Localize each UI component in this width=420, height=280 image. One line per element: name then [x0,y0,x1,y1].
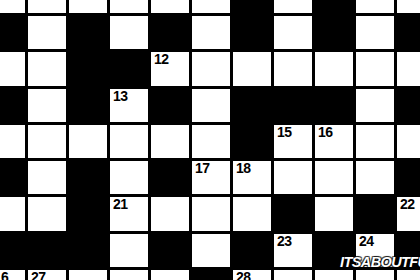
black-cell-r8c5 [192,270,230,280]
black-cell-r7c0 [0,234,25,267]
white-cell-r5c8[interactable] [315,161,353,194]
clue-number-18: 18 [236,161,251,175]
white-cell-r2c1[interactable] [28,52,66,85]
white-cell-r8c3[interactable] [110,270,148,280]
white-cell-r0c4[interactable] [151,0,189,13]
white-cell-r0c1[interactable] [28,0,66,13]
black-cell-r3c4 [151,89,189,122]
black-cell-r3c7 [274,89,312,122]
clue-number-16: 16 [318,125,333,139]
black-cell-r6c7 [274,197,312,230]
white-cell-r6c3[interactable]: 21 [110,197,148,230]
black-cell-r7c2 [69,234,107,267]
white-cell-r3c9[interactable] [356,89,394,122]
white-cell-r6c0[interactable] [0,197,25,230]
black-cell-r3c10 [397,89,420,122]
white-cell-r2c4[interactable]: 12 [151,52,189,85]
white-cell-r8c4[interactable] [151,270,189,280]
black-cell-r7c1 [28,234,66,267]
white-cell-r7c5[interactable] [192,234,230,267]
white-cell-r8c1[interactable]: 27 [28,270,66,280]
clue-number-22: 22 [400,197,415,211]
white-cell-r2c7[interactable] [274,52,312,85]
clue-number-13: 13 [113,89,128,103]
white-cell-r8c2[interactable] [69,270,107,280]
white-cell-r4c5[interactable] [192,125,230,158]
white-cell-r5c3[interactable] [110,161,148,194]
white-cell-r1c5[interactable] [192,16,230,49]
white-cell-r0c10[interactable] [397,0,420,13]
black-cell-r7c6 [233,234,271,267]
white-cell-r8c9[interactable] [356,270,394,280]
white-cell-r3c1[interactable] [28,89,66,122]
white-cell-r6c4[interactable] [151,197,189,230]
white-cell-r2c5[interactable] [192,52,230,85]
white-cell-r6c6[interactable] [233,197,271,230]
black-cell-r2c2 [69,52,107,85]
white-cell-r5c7[interactable] [274,161,312,194]
white-cell-r8c0[interactable]: 6 [0,270,25,280]
black-cell-r1c4 [151,16,189,49]
clue-number-15: 15 [277,125,292,139]
white-cell-r1c1[interactable] [28,16,66,49]
black-cell-r5c10 [397,161,420,194]
black-cell-r1c10 [397,16,420,49]
black-cell-r0c6 [233,0,271,13]
white-cell-r0c0[interactable] [0,0,25,13]
white-cell-r6c8[interactable] [315,197,353,230]
white-cell-r6c5[interactable] [192,197,230,230]
white-cell-r7c7[interactable]: 23 [274,234,312,267]
black-cell-r1c6 [233,16,271,49]
white-cell-r4c2[interactable] [69,125,107,158]
clue-number-24: 24 [359,234,374,248]
white-cell-r2c10[interactable] [397,52,420,85]
clue-number-17: 17 [195,161,210,175]
white-cell-r2c0[interactable] [0,52,25,85]
white-cell-r2c8[interactable] [315,52,353,85]
black-cell-r5c4 [151,161,189,194]
white-cell-r0c5[interactable] [192,0,230,13]
white-cell-r4c3[interactable] [110,125,148,158]
black-cell-r6c9 [356,197,394,230]
white-cell-r3c5[interactable] [192,89,230,122]
white-cell-r8c8[interactable] [315,270,353,280]
white-cell-r0c9[interactable] [356,0,394,13]
clue-number-21: 21 [113,197,128,211]
white-cell-r4c9[interactable] [356,125,394,158]
white-cell-r4c8[interactable]: 16 [315,125,353,158]
clue-number-12: 12 [154,52,169,66]
black-cell-r2c3 [110,52,148,85]
white-cell-r8c7[interactable] [274,270,312,280]
white-cell-r8c6[interactable]: 28 [233,270,271,280]
black-cell-r1c2 [69,16,107,49]
white-cell-r2c6[interactable] [233,52,271,85]
white-cell-r4c4[interactable] [151,125,189,158]
white-cell-r6c1[interactable] [28,197,66,230]
white-cell-r5c9[interactable] [356,161,394,194]
white-cell-r4c7[interactable]: 15 [274,125,312,158]
white-cell-r4c0[interactable] [0,125,25,158]
black-cell-r3c0 [0,89,25,122]
white-cell-r5c1[interactable] [28,161,66,194]
white-cell-r6c10[interactable]: 22 [397,197,420,230]
white-cell-r4c1[interactable] [28,125,66,158]
crossword-board: 1213151617182122232462728 [0,0,420,280]
white-cell-r5c6[interactable]: 18 [233,161,271,194]
white-cell-r1c9[interactable] [356,16,394,49]
black-cell-r4c6 [233,125,271,158]
black-cell-r5c0 [0,161,25,194]
white-cell-r3c3[interactable]: 13 [110,89,148,122]
white-cell-r2c9[interactable] [356,52,394,85]
white-cell-r8c10[interactable] [397,270,420,280]
black-cell-r0c8 [315,0,353,13]
crossword-screenshot: 1213151617182122232462728 ITSABOUTFUTUR [0,0,420,280]
black-cell-r3c6 [233,89,271,122]
white-cell-r7c3[interactable] [110,234,148,267]
white-cell-r1c7[interactable] [274,16,312,49]
black-cell-r3c8 [315,89,353,122]
clue-number-23: 23 [277,234,292,248]
white-cell-r5c5[interactable]: 17 [192,161,230,194]
black-cell-r1c8 [315,16,353,49]
black-cell-r1c0 [0,16,25,49]
watermark: ITSABOUTFUTUR [340,254,420,270]
white-cell-r0c2[interactable] [69,0,107,13]
black-cell-r6c2 [69,197,107,230]
black-cell-r7c4 [151,234,189,267]
black-cell-r3c2 [69,89,107,122]
white-cell-r0c7[interactable] [274,0,312,13]
white-cell-r4c10[interactable] [397,125,420,158]
white-cell-r0c3[interactable] [110,0,148,13]
black-cell-r5c2 [69,161,107,194]
clue-number-27: 27 [31,270,46,280]
white-cell-r1c3[interactable] [110,16,148,49]
clue-number-28: 28 [236,270,251,280]
clue-number-6: 6 [1,270,8,280]
